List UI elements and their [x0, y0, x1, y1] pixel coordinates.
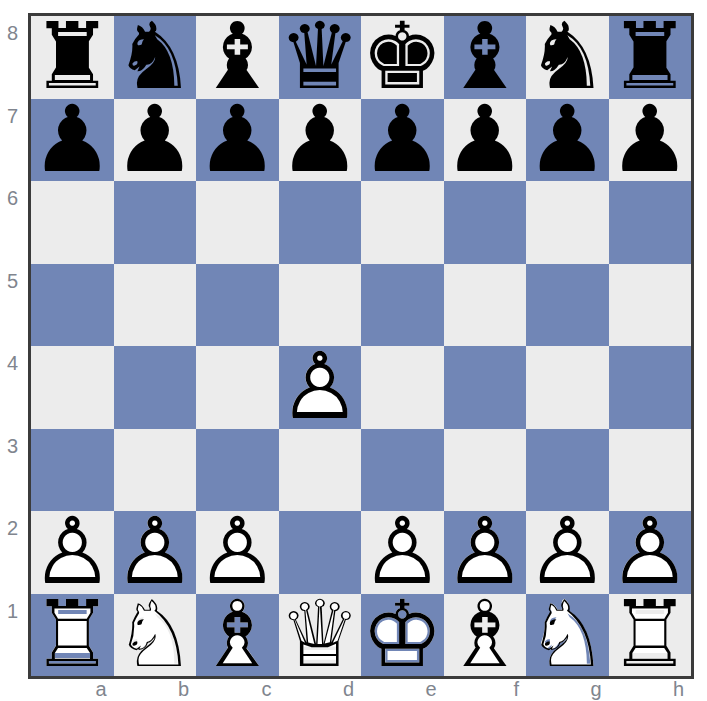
piece-fill-glyph: ♟ [361, 99, 444, 182]
black-pawn[interactable]: ♟ [114, 99, 197, 182]
square-b6[interactable] [114, 181, 197, 264]
square-e1[interactable]: ♚♔ [361, 594, 444, 677]
piece-fill-glyph: ♟ [114, 511, 197, 594]
square-a1[interactable]: ♜♖ [31, 594, 114, 677]
rank-label-7: 7 [0, 99, 18, 182]
square-a4[interactable] [31, 346, 114, 429]
square-f6[interactable] [444, 181, 527, 264]
square-c6[interactable] [196, 181, 279, 264]
piece-fill-glyph: ♛ [279, 16, 362, 99]
piece-fill-glyph: ♟ [114, 99, 197, 182]
square-h7[interactable]: ♟ [609, 99, 692, 182]
white-pawn[interactable]: ♟♙ [196, 511, 279, 594]
file-label-c: c [196, 678, 279, 701]
rank-label-5: 5 [0, 264, 18, 347]
piece-outline-glyph: ♙ [31, 511, 114, 594]
white-king[interactable]: ♚♔ [361, 594, 444, 677]
piece-outline-glyph: ♔ [361, 594, 444, 677]
white-rook[interactable]: ♜♖ [31, 594, 114, 677]
piece-fill-glyph: ♝ [444, 594, 527, 677]
piece-fill-glyph: ♟ [361, 511, 444, 594]
file-label-d: d [279, 678, 362, 701]
piece-fill-glyph: ♝ [196, 16, 279, 99]
rank-label-4: 4 [0, 346, 18, 429]
piece-fill-glyph: ♟ [526, 99, 609, 182]
square-g8[interactable]: ♞ [526, 16, 609, 99]
square-e2[interactable]: ♟♙ [361, 511, 444, 594]
square-a2[interactable]: ♟♙ [31, 511, 114, 594]
square-a8[interactable]: ♜ [31, 16, 114, 99]
square-d7[interactable]: ♟ [279, 99, 362, 182]
square-h4[interactable] [609, 346, 692, 429]
piece-fill-glyph: ♚ [361, 16, 444, 99]
square-g7[interactable]: ♟ [526, 99, 609, 182]
piece-outline-glyph: ♗ [444, 594, 527, 677]
piece-outline-glyph: ♙ [444, 511, 527, 594]
square-e3[interactable] [361, 429, 444, 512]
black-pawn[interactable]: ♟ [361, 99, 444, 182]
square-b5[interactable] [114, 264, 197, 347]
file-label-a: a [31, 678, 114, 701]
piece-fill-glyph: ♟ [444, 511, 527, 594]
square-h6[interactable] [609, 181, 692, 264]
black-bishop[interactable]: ♝ [444, 16, 527, 99]
black-king[interactable]: ♚ [361, 16, 444, 99]
piece-fill-glyph: ♟ [196, 99, 279, 182]
square-f2[interactable]: ♟♙ [444, 511, 527, 594]
rank-label-3: 3 [0, 429, 18, 512]
white-pawn[interactable]: ♟♙ [361, 511, 444, 594]
square-c4[interactable] [196, 346, 279, 429]
square-h5[interactable] [609, 264, 692, 347]
square-f5[interactable] [444, 264, 527, 347]
piece-fill-glyph: ♞ [114, 594, 197, 677]
piece-outline-glyph: ♙ [114, 511, 197, 594]
piece-fill-glyph: ♝ [196, 594, 279, 677]
piece-fill-glyph: ♟ [444, 99, 527, 182]
square-b1[interactable]: ♞♘ [114, 594, 197, 677]
square-f8[interactable]: ♝ [444, 16, 527, 99]
chess-board[interactable]: ♜♞♝♛♚♝♞♜♟♟♟♟♟♟♟♟♟♙♟♙♟♙♟♙♟♙♟♙♟♙♟♙♜♖♞♘♝♗♛♕… [28, 13, 694, 679]
piece-fill-glyph: ♜ [609, 16, 692, 99]
white-pawn[interactable]: ♟♙ [609, 511, 692, 594]
square-e5[interactable] [361, 264, 444, 347]
piece-outline-glyph: ♙ [361, 511, 444, 594]
white-knight[interactable]: ♞♘ [526, 594, 609, 677]
square-f7[interactable]: ♟ [444, 99, 527, 182]
square-d6[interactable] [279, 181, 362, 264]
square-d1[interactable]: ♛♕ [279, 594, 362, 677]
piece-outline-glyph: ♙ [196, 511, 279, 594]
square-h8[interactable]: ♜ [609, 16, 692, 99]
piece-fill-glyph: ♟ [31, 99, 114, 182]
square-c3[interactable] [196, 429, 279, 512]
chessboard-widget: 87654321 ♜♞♝♛♚♝♞♜♟♟♟♟♟♟♟♟♟♙♟♙♟♙♟♙♟♙♟♙♟♙♟… [0, 0, 707, 701]
black-pawn[interactable]: ♟ [196, 99, 279, 182]
square-b7[interactable]: ♟ [114, 99, 197, 182]
black-rook[interactable]: ♜ [609, 16, 692, 99]
square-a3[interactable] [31, 429, 114, 512]
square-d5[interactable] [279, 264, 362, 347]
white-bishop[interactable]: ♝♗ [196, 594, 279, 677]
file-label-b: b [114, 678, 197, 701]
square-h2[interactable]: ♟♙ [609, 511, 692, 594]
square-e7[interactable]: ♟ [361, 99, 444, 182]
rank-labels: 87654321 [0, 16, 18, 676]
square-g4[interactable] [526, 346, 609, 429]
piece-outline-glyph: ♙ [279, 346, 362, 429]
black-pawn[interactable]: ♟ [31, 99, 114, 182]
square-c5[interactable] [196, 264, 279, 347]
black-pawn[interactable]: ♟ [609, 99, 692, 182]
piece-outline-glyph: ♘ [114, 594, 197, 677]
square-a6[interactable] [31, 181, 114, 264]
piece-outline-glyph: ♗ [196, 594, 279, 677]
white-rook[interactable]: ♜♖ [609, 594, 692, 677]
piece-fill-glyph: ♟ [196, 511, 279, 594]
piece-outline-glyph: ♖ [609, 594, 692, 677]
black-pawn[interactable]: ♟ [444, 99, 527, 182]
square-b8[interactable]: ♞ [114, 16, 197, 99]
square-f3[interactable] [444, 429, 527, 512]
square-c8[interactable]: ♝ [196, 16, 279, 99]
white-pawn[interactable]: ♟♙ [114, 511, 197, 594]
piece-fill-glyph: ♞ [526, 16, 609, 99]
white-pawn[interactable]: ♟♙ [31, 511, 114, 594]
white-pawn[interactable]: ♟♙ [526, 511, 609, 594]
piece-outline-glyph: ♖ [31, 594, 114, 677]
piece-fill-glyph: ♟ [279, 346, 362, 429]
piece-outline-glyph: ♕ [279, 594, 362, 677]
square-g3[interactable] [526, 429, 609, 512]
piece-fill-glyph: ♜ [31, 594, 114, 677]
file-labels: abcdefgh [31, 678, 691, 701]
piece-fill-glyph: ♜ [609, 594, 692, 677]
white-queen[interactable]: ♛♕ [279, 594, 362, 677]
black-pawn[interactable]: ♟ [526, 99, 609, 182]
black-bishop[interactable]: ♝ [196, 16, 279, 99]
piece-fill-glyph: ♟ [31, 511, 114, 594]
piece-fill-glyph: ♟ [526, 511, 609, 594]
rank-label-8: 8 [0, 16, 18, 99]
square-g6[interactable] [526, 181, 609, 264]
black-queen[interactable]: ♛ [279, 16, 362, 99]
black-rook[interactable]: ♜ [31, 16, 114, 99]
square-e6[interactable] [361, 181, 444, 264]
piece-fill-glyph: ♟ [279, 99, 362, 182]
square-d8[interactable]: ♛ [279, 16, 362, 99]
white-pawn[interactable]: ♟♙ [279, 346, 362, 429]
square-b3[interactable] [114, 429, 197, 512]
rank-label-2: 2 [0, 511, 18, 594]
square-a7[interactable]: ♟ [31, 99, 114, 182]
square-b4[interactable] [114, 346, 197, 429]
square-f1[interactable]: ♝♗ [444, 594, 527, 677]
white-pawn[interactable]: ♟♙ [444, 511, 527, 594]
square-d2[interactable] [279, 511, 362, 594]
black-pawn[interactable]: ♟ [279, 99, 362, 182]
square-g5[interactable] [526, 264, 609, 347]
piece-outline-glyph: ♙ [526, 511, 609, 594]
square-f4[interactable] [444, 346, 527, 429]
piece-outline-glyph: ♙ [609, 511, 692, 594]
black-knight[interactable]: ♞ [114, 16, 197, 99]
file-label-g: g [526, 678, 609, 701]
file-label-f: f [444, 678, 527, 701]
piece-fill-glyph: ♟ [609, 511, 692, 594]
square-h1[interactable]: ♜♖ [609, 594, 692, 677]
piece-fill-glyph: ♞ [526, 594, 609, 677]
square-h3[interactable] [609, 429, 692, 512]
square-c1[interactable]: ♝♗ [196, 594, 279, 677]
square-e4[interactable] [361, 346, 444, 429]
file-label-e: e [361, 678, 444, 701]
piece-fill-glyph: ♝ [444, 16, 527, 99]
square-d4[interactable]: ♟♙ [279, 346, 362, 429]
piece-fill-glyph: ♜ [31, 16, 114, 99]
file-label-h: h [609, 678, 692, 701]
square-c2[interactable]: ♟♙ [196, 511, 279, 594]
piece-fill-glyph: ♛ [279, 594, 362, 677]
piece-outline-glyph: ♘ [526, 594, 609, 677]
square-b2[interactable]: ♟♙ [114, 511, 197, 594]
square-e8[interactable]: ♚ [361, 16, 444, 99]
square-g1[interactable]: ♞♘ [526, 594, 609, 677]
rank-label-6: 6 [0, 181, 18, 264]
square-c7[interactable]: ♟ [196, 99, 279, 182]
black-knight[interactable]: ♞ [526, 16, 609, 99]
square-d3[interactable] [279, 429, 362, 512]
piece-fill-glyph: ♚ [361, 594, 444, 677]
piece-fill-glyph: ♞ [114, 16, 197, 99]
square-a5[interactable] [31, 264, 114, 347]
piece-fill-glyph: ♟ [609, 99, 692, 182]
rank-label-1: 1 [0, 594, 18, 677]
white-bishop[interactable]: ♝♗ [444, 594, 527, 677]
square-g2[interactable]: ♟♙ [526, 511, 609, 594]
white-knight[interactable]: ♞♘ [114, 594, 197, 677]
